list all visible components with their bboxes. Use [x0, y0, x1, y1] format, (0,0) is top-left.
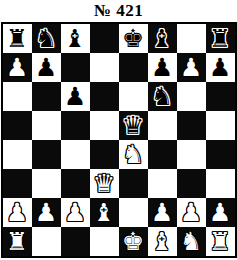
piece-black-pawn-icon: ♟ — [148, 53, 177, 82]
square-g5[interactable] — [177, 111, 206, 140]
piece-white-pawn-icon: ♟ — [3, 53, 32, 82]
square-f6[interactable]: ♞ — [148, 82, 177, 111]
square-f7[interactable]: ♟ — [148, 53, 177, 82]
square-b1[interactable] — [32, 227, 61, 256]
square-h4[interactable] — [206, 140, 235, 169]
piece-white-pawn-icon: ♟ — [61, 198, 90, 227]
square-g3[interactable] — [177, 169, 206, 198]
square-g7[interactable]: ♟ — [177, 53, 206, 82]
piece-black-pawn-icon: ♟ — [206, 53, 235, 82]
square-e8[interactable]: ♚ — [119, 24, 148, 53]
square-a3[interactable] — [3, 169, 32, 198]
square-e5[interactable]: ♛ — [119, 111, 148, 140]
square-h1[interactable]: ♜ — [206, 227, 235, 256]
square-a1[interactable]: ♜ — [3, 227, 32, 256]
square-c4[interactable] — [61, 140, 90, 169]
square-g6[interactable] — [177, 82, 206, 111]
square-g2[interactable]: ♟ — [177, 198, 206, 227]
square-c7[interactable] — [61, 53, 90, 82]
square-d5[interactable] — [90, 111, 119, 140]
square-c6[interactable]: ♟ — [61, 82, 90, 111]
square-h8[interactable]: ♜ — [206, 24, 235, 53]
square-d4[interactable] — [90, 140, 119, 169]
square-f3[interactable] — [148, 169, 177, 198]
square-b2[interactable]: ♟ — [32, 198, 61, 227]
square-d1[interactable] — [90, 227, 119, 256]
square-a6[interactable] — [3, 82, 32, 111]
square-a4[interactable] — [3, 140, 32, 169]
square-a5[interactable] — [3, 111, 32, 140]
square-c8[interactable]: ♝ — [61, 24, 90, 53]
piece-white-queen-icon: ♛ — [90, 169, 119, 198]
square-d6[interactable] — [90, 82, 119, 111]
square-e1[interactable]: ♚ — [119, 227, 148, 256]
piece-black-knight-icon: ♞ — [32, 24, 61, 53]
piece-white-pawn-icon: ♟ — [177, 198, 206, 227]
square-h7[interactable]: ♟ — [206, 53, 235, 82]
piece-black-king-icon: ♚ — [119, 24, 148, 53]
piece-black-pawn-icon: ♟ — [61, 82, 90, 111]
square-e6[interactable] — [119, 82, 148, 111]
piece-white-bishop-icon: ♝ — [90, 198, 119, 227]
square-f4[interactable] — [148, 140, 177, 169]
square-f8[interactable]: ♝ — [148, 24, 177, 53]
square-f5[interactable] — [148, 111, 177, 140]
square-h2[interactable]: ♟ — [206, 198, 235, 227]
piece-white-pawn-icon: ♟ — [177, 53, 206, 82]
square-b4[interactable] — [32, 140, 61, 169]
piece-black-bishop-icon: ♝ — [148, 24, 177, 53]
square-e7[interactable] — [119, 53, 148, 82]
chess-board: ♜♞♝♚♝♜♟♟♟♟♟♟♞♛♞♛♟♟♟♝♟♟♟♜♚♝♞♜ — [1, 22, 237, 258]
square-f2[interactable]: ♟ — [148, 198, 177, 227]
piece-white-pawn-icon: ♟ — [32, 198, 61, 227]
square-e2[interactable] — [119, 198, 148, 227]
square-g1[interactable]: ♞ — [177, 227, 206, 256]
square-b8[interactable]: ♞ — [32, 24, 61, 53]
square-b7[interactable]: ♟ — [32, 53, 61, 82]
piece-white-pawn-icon: ♟ — [148, 198, 177, 227]
square-e4[interactable]: ♞ — [119, 140, 148, 169]
piece-white-knight-icon: ♞ — [119, 140, 148, 169]
piece-white-rook-icon: ♜ — [206, 227, 235, 256]
square-c1[interactable] — [61, 227, 90, 256]
square-f1[interactable]: ♝ — [148, 227, 177, 256]
piece-black-queen-icon: ♛ — [119, 111, 148, 140]
piece-white-knight-icon: ♞ — [177, 227, 206, 256]
square-g4[interactable] — [177, 140, 206, 169]
square-d7[interactable] — [90, 53, 119, 82]
piece-white-pawn-icon: ♟ — [3, 198, 32, 227]
piece-black-bishop-icon: ♝ — [61, 24, 90, 53]
square-e3[interactable] — [119, 169, 148, 198]
square-b6[interactable] — [32, 82, 61, 111]
square-a8[interactable]: ♜ — [3, 24, 32, 53]
square-d2[interactable]: ♝ — [90, 198, 119, 227]
piece-white-king-icon: ♚ — [119, 227, 148, 256]
square-a2[interactable]: ♟ — [3, 198, 32, 227]
piece-black-knight-icon: ♞ — [148, 82, 177, 111]
square-c3[interactable] — [61, 169, 90, 198]
piece-white-bishop-icon: ♝ — [148, 227, 177, 256]
piece-white-rook-icon: ♜ — [3, 227, 32, 256]
square-b3[interactable] — [32, 169, 61, 198]
square-c5[interactable] — [61, 111, 90, 140]
piece-black-pawn-icon: ♟ — [32, 53, 61, 82]
square-a7[interactable]: ♟ — [3, 53, 32, 82]
square-b5[interactable] — [32, 111, 61, 140]
square-g8[interactable] — [177, 24, 206, 53]
square-h5[interactable] — [206, 111, 235, 140]
page-title: № 421 — [0, 0, 237, 22]
piece-white-pawn-icon: ♟ — [206, 198, 235, 227]
square-c2[interactable]: ♟ — [61, 198, 90, 227]
square-h3[interactable] — [206, 169, 235, 198]
square-h6[interactable] — [206, 82, 235, 111]
square-d8[interactable] — [90, 24, 119, 53]
piece-black-rook-icon: ♜ — [3, 24, 32, 53]
piece-black-rook-icon: ♜ — [206, 24, 235, 53]
square-d3[interactable]: ♛ — [90, 169, 119, 198]
